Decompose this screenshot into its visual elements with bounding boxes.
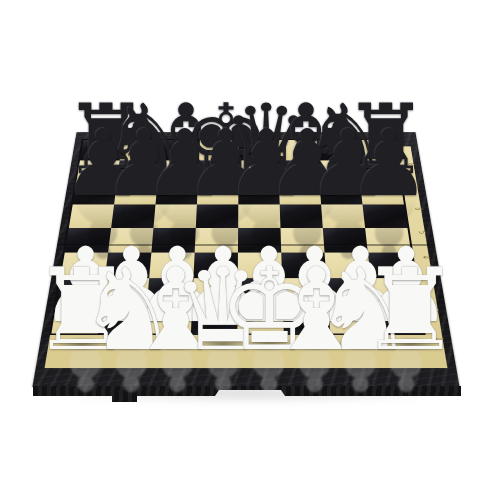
square-h8[interactable] bbox=[355, 140, 397, 161]
square-h7[interactable] bbox=[358, 160, 401, 182]
square-b4[interactable] bbox=[108, 228, 153, 253]
square-c1[interactable] bbox=[144, 305, 192, 333]
rank-label-5: 5 bbox=[417, 230, 426, 236]
square-a2[interactable] bbox=[56, 278, 105, 305]
square-b6[interactable] bbox=[114, 182, 157, 204]
square-d1[interactable] bbox=[191, 305, 238, 333]
square-b3[interactable] bbox=[105, 253, 152, 279]
square-c2[interactable] bbox=[147, 278, 194, 305]
square-h1[interactable] bbox=[374, 305, 424, 333]
square-c3[interactable] bbox=[149, 253, 195, 279]
square-e8[interactable] bbox=[239, 140, 279, 161]
square-a6[interactable] bbox=[73, 182, 117, 204]
square-a1[interactable] bbox=[51, 305, 101, 333]
square-b8[interactable] bbox=[120, 140, 161, 161]
square-c7[interactable] bbox=[157, 160, 199, 182]
square-d6[interactable] bbox=[197, 182, 239, 204]
square-g5[interactable] bbox=[321, 204, 365, 227]
square-e7[interactable] bbox=[238, 160, 279, 182]
square-f8[interactable] bbox=[278, 140, 318, 161]
square-c5[interactable] bbox=[153, 204, 196, 227]
square-g8[interactable] bbox=[316, 140, 357, 161]
square-c8[interactable] bbox=[159, 140, 200, 161]
square-g2[interactable] bbox=[326, 278, 373, 305]
square-h3[interactable] bbox=[368, 253, 415, 279]
square-d8[interactable] bbox=[199, 140, 239, 161]
square-e5[interactable] bbox=[238, 204, 280, 227]
square-g4[interactable] bbox=[323, 228, 368, 253]
square-h6[interactable] bbox=[360, 182, 404, 204]
square-f4[interactable] bbox=[280, 228, 324, 253]
square-b5[interactable] bbox=[111, 204, 155, 227]
square-h2[interactable] bbox=[371, 278, 419, 305]
square-e2[interactable] bbox=[238, 278, 283, 305]
fold-seam bbox=[57, 244, 435, 245]
square-d7[interactable] bbox=[198, 160, 239, 182]
square-c4[interactable] bbox=[151, 228, 195, 253]
square-c6[interactable] bbox=[155, 182, 197, 204]
chess-set-product-photo: 87654321 ♜♞♝♚♛♝♞♜♟♟♟♟♟♟♟♟♟♟♟♟♟♟♟♟♟♟♟♟♟♟♟… bbox=[0, 0, 500, 500]
square-d4[interactable] bbox=[195, 228, 238, 253]
square-f1[interactable] bbox=[283, 305, 330, 333]
rank-label-7: 7 bbox=[409, 184, 417, 189]
square-e4[interactable] bbox=[238, 228, 281, 253]
square-h5[interactable] bbox=[363, 204, 408, 227]
rank-label-4: 4 bbox=[420, 254, 429, 260]
square-a4[interactable] bbox=[65, 228, 111, 253]
square-d3[interactable] bbox=[193, 253, 238, 279]
square-f3[interactable] bbox=[281, 253, 326, 279]
rank-label-6: 6 bbox=[413, 206, 422, 211]
square-f5[interactable] bbox=[280, 204, 323, 227]
square-g6[interactable] bbox=[319, 182, 362, 204]
square-b1[interactable] bbox=[98, 305, 147, 333]
square-a3[interactable] bbox=[61, 253, 109, 279]
square-a8[interactable] bbox=[80, 140, 122, 161]
chessboard: 87654321 bbox=[32, 132, 459, 387]
square-g1[interactable] bbox=[328, 305, 377, 333]
rank-label-2: 2 bbox=[429, 307, 439, 313]
square-f6[interactable] bbox=[279, 182, 321, 204]
square-b7[interactable] bbox=[117, 160, 159, 182]
square-d5[interactable] bbox=[196, 204, 239, 227]
square-h4[interactable] bbox=[365, 228, 411, 253]
square-e6[interactable] bbox=[238, 182, 279, 204]
rank-label-3: 3 bbox=[425, 280, 434, 286]
square-g3[interactable] bbox=[325, 253, 371, 279]
rank-label-8: 8 bbox=[406, 162, 414, 167]
square-f2[interactable] bbox=[282, 278, 328, 305]
square-a7[interactable] bbox=[76, 160, 119, 182]
square-g7[interactable] bbox=[318, 160, 360, 182]
square-d2[interactable] bbox=[192, 278, 238, 305]
square-e1[interactable] bbox=[237, 305, 283, 333]
square-a5[interactable] bbox=[69, 204, 114, 227]
board-grid bbox=[51, 140, 423, 334]
square-b2[interactable] bbox=[101, 278, 149, 305]
square-f7[interactable] bbox=[278, 160, 319, 182]
rank-label-1: 1 bbox=[433, 336, 443, 343]
square-e3[interactable] bbox=[238, 253, 282, 279]
